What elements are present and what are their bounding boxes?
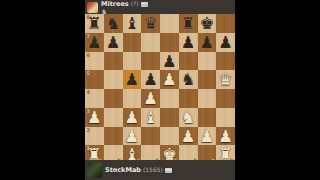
piece-black-pawn-f7[interactable]: ♟ <box>181 34 196 51</box>
flag-icon-bottom <box>165 168 172 173</box>
square-h3[interactable] <box>216 108 235 127</box>
square-g4[interactable] <box>198 89 217 108</box>
square-a3[interactable]: 3♟ <box>85 108 104 127</box>
square-e4[interactable] <box>160 89 179 108</box>
piece-white-knight-f3[interactable]: ♞ <box>181 109 196 126</box>
piece-white-pawn-c3[interactable]: ♟ <box>124 109 139 126</box>
square-e8[interactable] <box>160 14 179 33</box>
square-h7[interactable]: ♟ <box>216 33 235 52</box>
square-a8[interactable]: 8♜ <box>85 14 104 33</box>
square-c7[interactable] <box>123 33 142 52</box>
square-d6[interactable] <box>141 52 160 71</box>
rank-label-6: 6 <box>87 53 90 58</box>
square-g5[interactable] <box>198 70 217 89</box>
square-g7[interactable]: ♟ <box>198 33 217 52</box>
piece-black-rook-a8[interactable]: ♜ <box>87 16 102 33</box>
square-f6[interactable] <box>179 52 198 71</box>
avatar-top[interactable] <box>87 2 98 13</box>
square-g2[interactable]: ♟ <box>198 127 217 146</box>
piece-white-pawn-h2[interactable]: ♟ <box>218 128 233 145</box>
piece-white-queen-h5[interactable]: ♛ <box>218 72 233 89</box>
square-b3[interactable] <box>104 108 123 127</box>
square-h4[interactable] <box>216 89 235 108</box>
piece-white-pawn-c2[interactable]: ♟ <box>124 128 139 145</box>
piece-white-pawn-d4[interactable]: ♟ <box>143 91 158 108</box>
rank-label-5: 5 <box>87 71 90 76</box>
square-f4[interactable] <box>179 89 198 108</box>
player-bar-top[interactable]: Mitrees (?) ♞ <box>85 0 235 14</box>
square-d3[interactable]: ♝ <box>141 108 160 127</box>
square-f7[interactable]: ♟ <box>179 33 198 52</box>
square-e3[interactable] <box>160 108 179 127</box>
square-b8[interactable]: ♞ <box>104 14 123 33</box>
square-c4[interactable] <box>123 89 142 108</box>
piece-black-pawn-e6[interactable]: ♟ <box>162 53 177 70</box>
player-rating-top: (?) <box>131 1 139 7</box>
square-c8[interactable]: ♝ <box>123 14 142 33</box>
square-a2[interactable]: 2 <box>85 127 104 146</box>
piece-black-bishop-c8[interactable]: ♝ <box>124 16 139 33</box>
rank-label-4: 4 <box>87 90 90 95</box>
player-bar-bottom[interactable]: StockMab (1565) <box>85 160 235 180</box>
square-h6[interactable] <box>216 52 235 71</box>
piece-white-pawn-a3[interactable]: ♟ <box>87 109 102 126</box>
piece-black-pawn-a7[interactable]: ♟ <box>87 34 102 51</box>
square-g6[interactable] <box>198 52 217 71</box>
square-e2[interactable] <box>160 127 179 146</box>
square-d4[interactable]: ♟ <box>141 89 160 108</box>
square-f5[interactable]: ♞ <box>179 70 198 89</box>
square-c3[interactable]: ♟ <box>123 108 142 127</box>
square-a6[interactable]: 6 <box>85 52 104 71</box>
square-c6[interactable] <box>123 52 142 71</box>
square-a4[interactable]: 4 <box>85 89 104 108</box>
square-b4[interactable] <box>104 89 123 108</box>
square-b5[interactable] <box>104 70 123 89</box>
piece-white-pawn-e5[interactable]: ♟ <box>162 72 177 89</box>
square-e5[interactable]: ♟ <box>160 70 179 89</box>
piece-black-pawn-b7[interactable]: ♟ <box>106 34 121 51</box>
square-a7[interactable]: 7♟ <box>85 33 104 52</box>
square-g3[interactable] <box>198 108 217 127</box>
square-f3[interactable]: ♞ <box>179 108 198 127</box>
piece-black-king-g8[interactable]: ♚ <box>199 16 214 33</box>
flag-icon-top <box>141 2 148 7</box>
square-a5[interactable]: 5 <box>85 70 104 89</box>
square-h5[interactable]: ♛ <box>216 70 235 89</box>
player-name-top: Mitrees <box>101 1 129 8</box>
piece-white-pawn-f2[interactable]: ♟ <box>181 128 196 145</box>
player-rating-bottom: (1565) <box>143 167 163 173</box>
piece-white-pawn-g2[interactable]: ♟ <box>199 128 214 145</box>
captured-pieces-top: ♞ <box>101 9 148 16</box>
square-c5[interactable]: ♟ <box>123 70 142 89</box>
piece-black-pawn-g7[interactable]: ♟ <box>199 34 214 51</box>
square-h8[interactable] <box>216 14 235 33</box>
square-d5[interactable]: ♟ <box>141 70 160 89</box>
game-screen: Mitrees (?) ♞ 8♜♞♝♛♜♚7♟♟♟♟♟6♟5♟♟♟♞♛4♟3♟♟… <box>0 0 320 180</box>
square-d2[interactable] <box>141 127 160 146</box>
piece-black-knight-b8[interactable]: ♞ <box>106 16 121 33</box>
square-d8[interactable]: ♛ <box>141 14 160 33</box>
square-e6[interactable]: ♟ <box>160 52 179 71</box>
piece-black-knight-f5[interactable]: ♞ <box>181 72 196 89</box>
square-f8[interactable]: ♜ <box>179 14 198 33</box>
chess-board: 8♜♞♝♛♜♚7♟♟♟♟♟6♟5♟♟♟♞♛4♟3♟♟♝♞2♟♟♟♟1a♜bc♝d… <box>85 14 235 164</box>
square-b7[interactable]: ♟ <box>104 33 123 52</box>
rank-label-2: 2 <box>87 128 90 133</box>
piece-black-pawn-h7[interactable]: ♟ <box>218 34 233 51</box>
square-b2[interactable] <box>104 127 123 146</box>
square-f2[interactable]: ♟ <box>179 127 198 146</box>
piece-white-bishop-d3[interactable]: ♝ <box>143 109 158 126</box>
piece-black-rook-f8[interactable]: ♜ <box>181 16 196 33</box>
square-c2[interactable]: ♟ <box>123 127 142 146</box>
piece-black-queen-d8[interactable]: ♛ <box>143 16 158 33</box>
player-name-bottom: StockMab <box>105 167 141 174</box>
piece-black-pawn-d5[interactable]: ♟ <box>143 72 158 89</box>
square-g8[interactable]: ♚ <box>198 14 217 33</box>
square-b6[interactable] <box>104 52 123 71</box>
piece-black-pawn-c5[interactable]: ♟ <box>124 72 139 89</box>
square-e7[interactable] <box>160 33 179 52</box>
square-d7[interactable] <box>141 33 160 52</box>
square-h2[interactable]: ♟ <box>216 127 235 146</box>
avatar-bottom[interactable] <box>87 163 102 178</box>
